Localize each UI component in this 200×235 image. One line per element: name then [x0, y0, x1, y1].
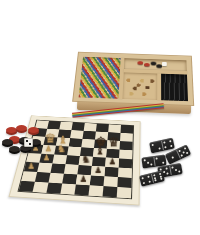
domino-pip — [171, 156, 174, 159]
domino-pip — [186, 152, 189, 155]
black-checker — [2, 139, 13, 145]
domino-pip — [143, 182, 145, 184]
domino-pip — [141, 177, 143, 179]
domino-pip — [151, 144, 153, 146]
domino-pip — [178, 150, 181, 153]
domino-pip — [162, 162, 164, 164]
domino-pip — [163, 141, 165, 143]
domino-pip — [165, 167, 167, 169]
loose-pieces-layer — [0, 0, 200, 235]
domino-4-6 — [139, 170, 165, 186]
domino-pip — [169, 140, 171, 142]
domino-pip — [154, 179, 156, 181]
domino-pip — [144, 159, 146, 161]
domino-pip — [147, 176, 149, 178]
domino-pip — [160, 178, 162, 180]
domino-pip — [184, 147, 187, 150]
domino-pip — [150, 163, 152, 165]
domino-pip — [182, 151, 185, 154]
domino-pip — [148, 180, 150, 182]
domino-pip — [163, 170, 165, 172]
product-photo-scene: ♛♝♚♛♟♟♞♝♟♞♟♟♟♟ — [0, 0, 200, 235]
domino-pip — [166, 172, 168, 174]
domino-pip — [147, 161, 149, 163]
domino-pip — [170, 145, 172, 147]
dice — [24, 138, 33, 147]
domino-pip — [178, 170, 180, 172]
black-checker — [9, 146, 20, 152]
domino-pip — [164, 146, 166, 148]
red-checker — [28, 127, 39, 133]
red-checker — [16, 125, 27, 131]
domino-pip — [155, 157, 157, 159]
domino-pip — [158, 147, 160, 149]
domino-pip — [180, 154, 183, 157]
domino-pip — [171, 166, 173, 168]
domino-pip — [175, 168, 177, 170]
